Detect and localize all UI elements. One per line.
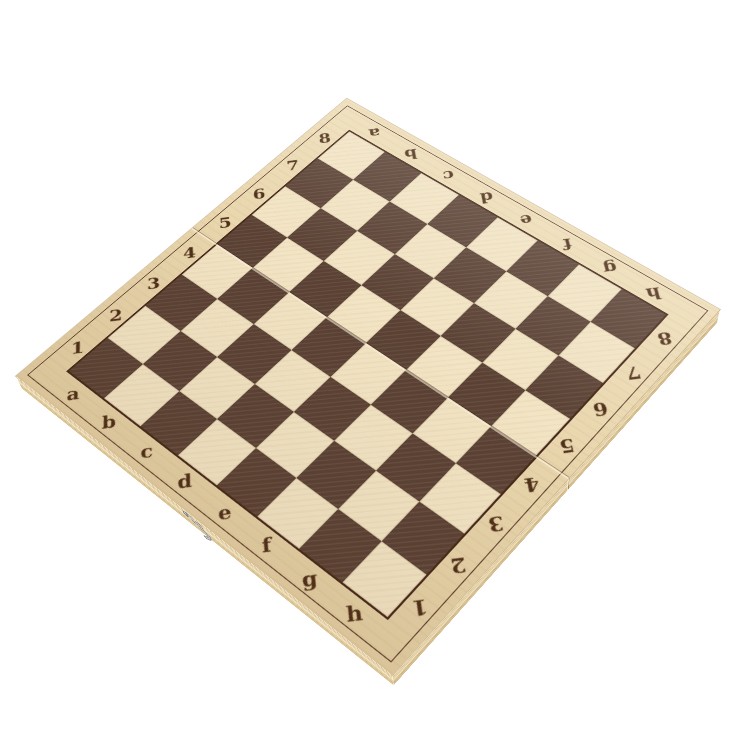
file-far-label-b: b — [404, 145, 419, 162]
file-labels-near: abcdefgh — [46, 371, 388, 642]
square-c1 — [140, 391, 217, 455]
square-g1 — [299, 509, 381, 582]
square-f2 — [296, 441, 376, 509]
rank-left-label-6: 6 — [252, 185, 266, 203]
square-e4 — [330, 343, 406, 405]
square-g6 — [482, 329, 558, 390]
file-far-label-h: h — [644, 283, 664, 303]
square-g3 — [376, 433, 456, 501]
rank-labels-right: 87654321 — [388, 314, 692, 638]
square-h2 — [382, 502, 465, 575]
square-d3 — [255, 350, 331, 412]
rank-left-label-3: 3 — [146, 274, 159, 293]
product-photo-stage: abcdefgh abcdefgh 87654321 87654321 — [0, 0, 731, 731]
square-g5 — [448, 363, 525, 427]
fold-seam-side-notch — [567, 477, 570, 491]
rank-right-label-4: 4 — [522, 472, 541, 496]
file-near-label-f: f — [261, 533, 272, 557]
rank-right-label-1: 1 — [410, 594, 429, 621]
square-f4 — [371, 370, 448, 434]
square-h3 — [419, 463, 500, 533]
square-d2 — [217, 384, 294, 448]
board-grid — [66, 130, 668, 620]
square-f3 — [334, 405, 412, 471]
rank-right-label-3: 3 — [486, 511, 505, 536]
square-h1 — [342, 541, 426, 617]
rank-left-label-1: 1 — [70, 338, 84, 358]
rank-right-label-6: 6 — [591, 397, 611, 419]
rank-right-label-5: 5 — [557, 434, 576, 457]
square-h6 — [525, 355, 603, 418]
square-e2 — [256, 412, 334, 478]
file-near-label-a: a — [67, 383, 81, 404]
square-d1 — [178, 419, 256, 485]
rank-left-label-8: 8 — [318, 130, 332, 147]
rank-right-label-8: 8 — [655, 328, 675, 349]
square-c2 — [179, 357, 254, 419]
square-g2 — [338, 471, 419, 542]
rank-left-label-4: 4 — [183, 243, 196, 262]
board-top-surface: abcdefgh abcdefgh 87654321 87654321 — [16, 99, 720, 675]
rank-left-label-7: 7 — [285, 157, 299, 174]
file-near-label-h: h — [345, 600, 364, 627]
square-f1 — [257, 478, 338, 549]
rank-left-label-2: 2 — [109, 305, 123, 325]
rank-right-label-2: 2 — [449, 552, 468, 578]
rank-right-label-7: 7 — [623, 362, 643, 384]
square-e1 — [217, 448, 296, 516]
file-near-label-g: g — [301, 565, 319, 591]
board-tilt-wrapper: abcdefgh abcdefgh 87654321 87654321 — [0, 0, 731, 731]
square-h5 — [491, 390, 570, 456]
file-near-label-d: d — [178, 469, 193, 493]
file-far-label-g: g — [601, 258, 619, 277]
square-e3 — [294, 377, 371, 441]
file-near-label-b: b — [102, 411, 117, 433]
square-h7 — [558, 322, 634, 383]
file-far-label-c: c — [441, 167, 455, 184]
file-far-label-f: f — [562, 235, 574, 253]
file-near-label-e: e — [218, 500, 233, 524]
chess-board: abcdefgh abcdefgh 87654321 87654321 — [16, 99, 720, 675]
file-far-label-d: d — [479, 188, 495, 206]
square-f5 — [406, 336, 482, 398]
file-far-label-a: a — [368, 125, 382, 141]
square-g4 — [413, 397, 492, 463]
square-h4 — [456, 426, 536, 494]
rank-left-label-5: 5 — [218, 214, 232, 232]
file-far-label-e: e — [519, 211, 535, 229]
file-near-label-c: c — [141, 440, 154, 463]
